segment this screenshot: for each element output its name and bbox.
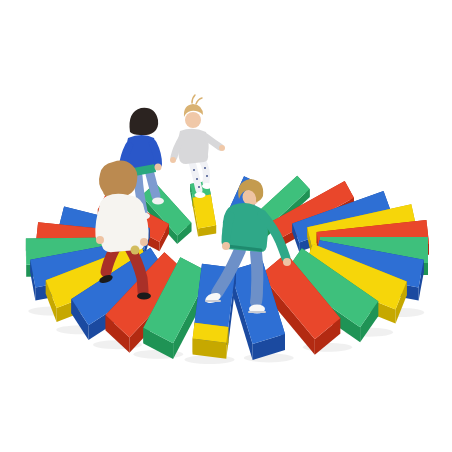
hand	[222, 242, 230, 250]
right-shoe	[195, 192, 206, 198]
scene	[0, 0, 452, 452]
hand	[219, 145, 225, 151]
left-arm	[100, 208, 104, 236]
left-arm	[226, 216, 230, 242]
hand	[283, 258, 291, 266]
left-leg	[150, 174, 156, 196]
hair	[99, 161, 137, 198]
hip-badge	[131, 246, 140, 255]
face	[185, 112, 201, 128]
hand	[140, 238, 148, 246]
hand	[96, 236, 104, 244]
left-shoe	[152, 198, 164, 205]
sweatshirt	[178, 129, 209, 164]
hand	[170, 157, 176, 163]
right-leg	[256, 252, 257, 302]
right-arm	[139, 209, 144, 238]
right-shoe	[137, 293, 151, 300]
left-shoe	[202, 183, 212, 189]
hand	[155, 164, 162, 171]
product-photo	[0, 0, 452, 452]
